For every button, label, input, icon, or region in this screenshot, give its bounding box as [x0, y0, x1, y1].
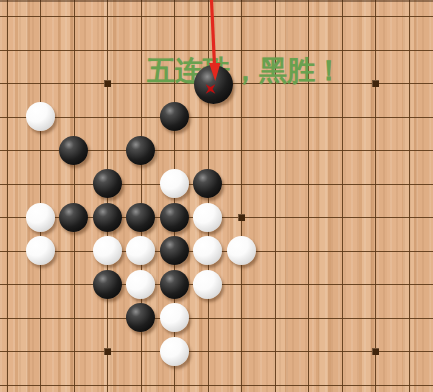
- star-point: [372, 80, 379, 87]
- star-point: [104, 80, 111, 87]
- winning-black-stone: [194, 65, 233, 104]
- white-stone: [126, 270, 155, 299]
- white-stone: [26, 102, 55, 131]
- white-stone: [26, 203, 55, 232]
- grid-vline: [409, 0, 410, 392]
- black-stone: [126, 303, 155, 332]
- grid-vline: [40, 0, 41, 392]
- black-stone: [93, 169, 122, 198]
- white-stone: [93, 236, 122, 265]
- grid-vline: [141, 0, 142, 392]
- grid-vline: [7, 0, 8, 392]
- grid-hline: [0, 50, 433, 51]
- black-stone: [59, 203, 88, 232]
- white-stone: [160, 169, 189, 198]
- black-stone: [59, 136, 88, 165]
- star-point: [104, 348, 111, 355]
- white-stone: [193, 236, 222, 265]
- black-stone: [160, 102, 189, 131]
- white-stone: [26, 236, 55, 265]
- win-message: 五连珠，黑胜！: [147, 56, 343, 86]
- grid-vline: [375, 0, 376, 392]
- white-stone: [193, 270, 222, 299]
- grid-hline: [0, 318, 433, 319]
- white-stone: [160, 337, 189, 366]
- white-stone: [193, 203, 222, 232]
- grid-hline: [0, 16, 433, 17]
- black-stone: [93, 203, 122, 232]
- white-stone: [126, 236, 155, 265]
- black-stone: [126, 203, 155, 232]
- grid-hline: [0, 117, 433, 118]
- black-stone: [160, 270, 189, 299]
- star-point: [238, 214, 245, 221]
- grid-vline: [74, 0, 75, 392]
- black-stone: [193, 169, 222, 198]
- black-stone: [160, 236, 189, 265]
- white-stone: [227, 236, 256, 265]
- gomoku-board[interactable]: 五连珠，黑胜！: [0, 0, 433, 392]
- grid-hline: [0, 385, 433, 386]
- black-stone: [93, 270, 122, 299]
- black-stone: [126, 136, 155, 165]
- star-point: [372, 348, 379, 355]
- black-stone: [160, 203, 189, 232]
- grid-hline: [0, 351, 433, 352]
- white-stone: [160, 303, 189, 332]
